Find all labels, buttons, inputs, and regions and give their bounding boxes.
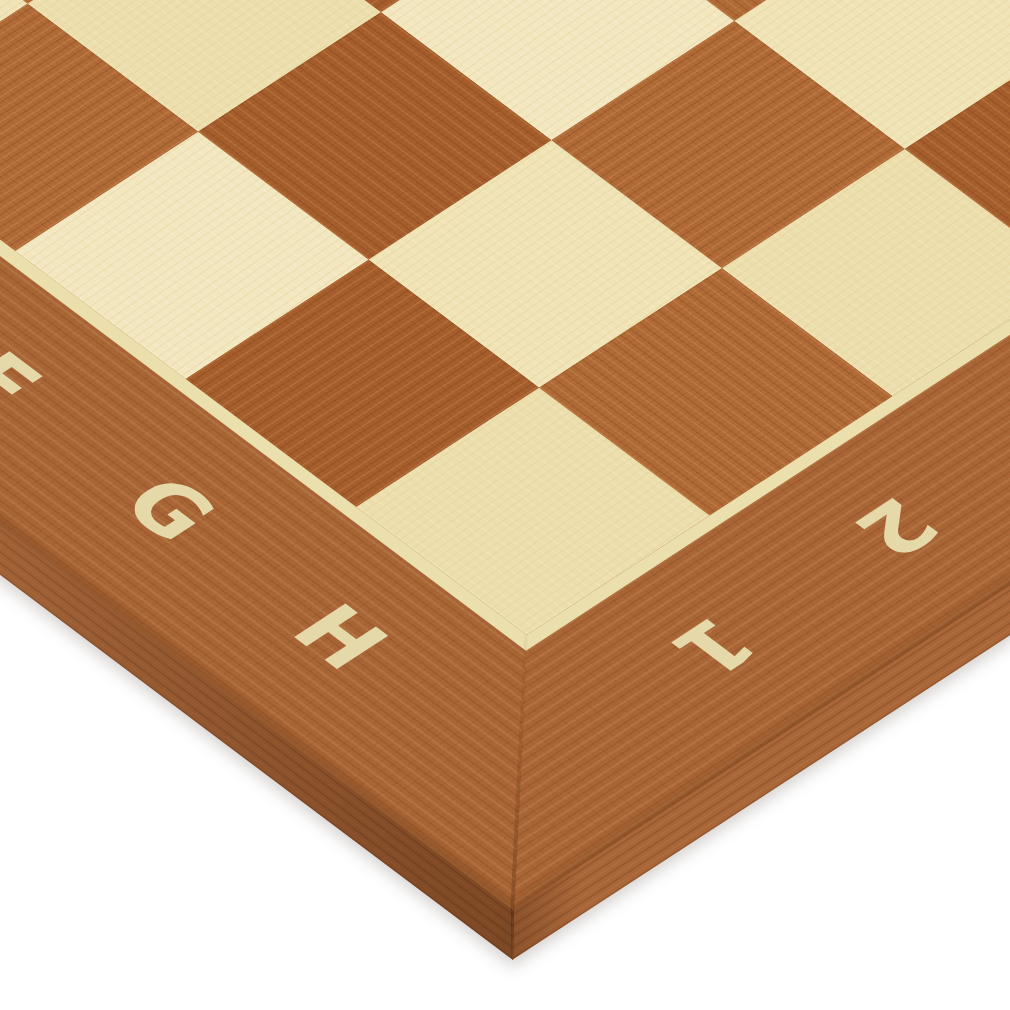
rank-label-1: 1 xyxy=(650,602,775,691)
chessboard-product-photo: ABCDEFGH 87654321 xyxy=(0,0,1010,1010)
corner-edge-seam xyxy=(511,909,514,958)
file-label-h: H xyxy=(271,590,408,685)
file-label-g: G xyxy=(101,462,237,556)
rank-label-2: 2 xyxy=(833,482,958,571)
file-label-f: F xyxy=(0,338,62,425)
chess-board: ABCDEFGH 87654321 xyxy=(0,0,1010,910)
